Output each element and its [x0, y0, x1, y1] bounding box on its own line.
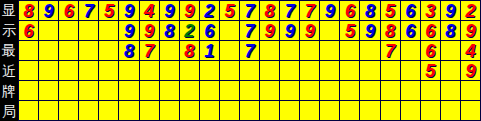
grid-cell-r3c12: 7	[240, 41, 259, 60]
grid-cell-r1c13: 8	[260, 1, 279, 20]
title-char: 局	[0, 101, 18, 121]
grid-cell-r5c5	[99, 81, 118, 100]
grid-cell-r3c13	[260, 41, 279, 60]
grid-cell-r4c9	[180, 61, 199, 80]
grid-cell-r1c19: 5	[381, 1, 400, 20]
grid-cell-r3c15	[300, 41, 319, 60]
grid-cell-r1c5: 5	[99, 1, 118, 20]
grid-cell-r5c7	[140, 81, 159, 100]
grid-cell-r2c13: 9	[260, 21, 279, 40]
grid-cell-r3c21: 6	[421, 41, 440, 60]
title-char: 近	[0, 61, 18, 81]
grid-cell-r6c10	[200, 101, 219, 120]
grid-cell-r5c16	[320, 81, 339, 100]
grid-cell-r5c3	[59, 81, 78, 100]
grid-cell-r4c23: 9	[461, 61, 480, 80]
grid-cell-r5c13	[260, 81, 279, 100]
grid-cell-r4c8	[160, 61, 179, 80]
grid-cell-r3c10: 1	[200, 41, 219, 60]
grid-cell-r2c14: 9	[280, 21, 299, 40]
grid-cell-r3c11	[220, 41, 239, 60]
grid-cell-r4c1	[19, 61, 38, 80]
grid-cell-r6c1	[19, 101, 38, 120]
grid-cell-r3c6: 8	[119, 41, 138, 60]
grid-cell-r1c6: 9	[119, 1, 138, 20]
grid-cell-r5c4	[79, 81, 98, 100]
grid-cell-r3c8	[160, 41, 179, 60]
grid-cell-r3c4	[79, 41, 98, 60]
grid-cell-r4c18	[360, 61, 379, 80]
grid-cell-r5c15	[300, 81, 319, 100]
grid-cell-r3c5	[99, 41, 118, 60]
grid-cell-r3c20	[401, 41, 420, 60]
grid-cell-r2c19: 8	[381, 21, 400, 40]
grid-cell-r5c6	[119, 81, 138, 100]
grid-cell-r5c23	[461, 81, 480, 100]
grid-cell-r6c16	[320, 101, 339, 120]
title-char: 最	[0, 40, 18, 60]
grid-cell-r3c19: 7	[381, 41, 400, 60]
grid-cell-r1c17: 6	[340, 1, 359, 20]
grid-cell-r6c6	[119, 101, 138, 120]
grid-cell-r2c10: 6	[200, 21, 219, 40]
grid-cell-r2c3	[59, 21, 78, 40]
grid-cell-r4c5	[99, 61, 118, 80]
grid-cell-r4c22	[441, 61, 460, 80]
grid-cell-r1c22: 9	[441, 1, 460, 20]
grid-cell-r4c6	[119, 61, 138, 80]
grid-cell-r4c21: 5	[421, 61, 440, 80]
grid-cell-r4c16	[320, 61, 339, 80]
grid-cell-r4c4	[79, 61, 98, 80]
grid-cell-r6c21	[421, 101, 440, 120]
grid-cell-r1c7: 4	[140, 1, 159, 20]
grid-cell-r5c8	[160, 81, 179, 100]
grid-cell-r3c3	[59, 41, 78, 60]
grid-cell-r2c12: 7	[240, 21, 259, 40]
grid-cell-r5c2	[39, 81, 58, 100]
grid-cell-r4c15	[300, 61, 319, 80]
grid-cell-r1c20: 6	[401, 1, 420, 20]
grid-cell-r1c2: 9	[39, 1, 58, 20]
grid-cell-r3c17	[340, 41, 359, 60]
grid-cell-r5c10	[200, 81, 219, 100]
grid-cell-r2c6: 9	[119, 21, 138, 40]
board-title-vertical: 显 示 最 近 牌 局	[0, 0, 18, 121]
grid-cell-r2c23: 9	[461, 21, 480, 40]
grid-cell-r4c12	[240, 61, 259, 80]
grid-cell-r3c14	[280, 41, 299, 60]
grid-cell-r5c14	[280, 81, 299, 100]
grid-cell-r1c8: 9	[160, 1, 179, 20]
grid-cell-r6c5	[99, 101, 118, 120]
grid-cell-r6c11	[220, 101, 239, 120]
grid-cell-r6c19	[381, 101, 400, 120]
grid-cell-r2c15: 9	[300, 21, 319, 40]
grid-cell-r1c10: 2	[200, 1, 219, 20]
title-char: 示	[0, 20, 18, 40]
grid-cell-r5c20	[401, 81, 420, 100]
grid-cell-r4c10	[200, 61, 219, 80]
grid-cell-r2c8: 8	[160, 21, 179, 40]
grid-cell-r6c9	[180, 101, 199, 120]
grid-cell-r6c18	[360, 101, 379, 120]
grid-cell-r3c16	[320, 41, 339, 60]
grid-cell-r3c1	[19, 41, 38, 60]
grid-cell-r6c17	[340, 101, 359, 120]
grid-cell-r1c11: 5	[220, 1, 239, 20]
grid-cell-r4c11	[220, 61, 239, 80]
grid-cell-r2c18: 9	[360, 21, 379, 40]
grid-cell-r1c4: 7	[79, 1, 98, 20]
grid-cell-r6c8	[160, 101, 179, 120]
grid-cell-r4c20	[401, 61, 420, 80]
grid-cell-r4c2	[39, 61, 58, 80]
grid-cell-r3c2	[39, 41, 58, 60]
grid-cell-r1c21: 3	[421, 1, 440, 20]
grid-cell-r6c22	[441, 101, 460, 120]
grid-cell-r5c19	[381, 81, 400, 100]
grid-cell-r4c13	[260, 61, 279, 80]
grid-cell-r2c20: 6	[401, 21, 420, 40]
grid-cell-r2c11	[220, 21, 239, 40]
grid-cell-r3c18	[360, 41, 379, 60]
grid-cell-r2c4	[79, 21, 98, 40]
grid-cell-r1c15: 7	[300, 1, 319, 20]
grid-cell-r2c17: 5	[340, 21, 359, 40]
grid-cell-r1c1: 8	[19, 1, 38, 20]
grid-cell-r2c7: 9	[140, 21, 159, 40]
grid-cell-r6c4	[79, 101, 98, 120]
grid-cell-r2c2	[39, 21, 58, 40]
grid-cell-r2c9: 2	[180, 21, 199, 40]
grid-cell-r6c14	[280, 101, 299, 120]
grid-cell-r6c2	[39, 101, 58, 120]
grid-cell-r2c1: 6	[19, 21, 38, 40]
grid-cell-r5c12	[240, 81, 259, 100]
grid-cell-r1c9: 9	[180, 1, 199, 20]
grid-cell-r5c1	[19, 81, 38, 100]
grid-cell-r5c21	[421, 81, 440, 100]
grid-cell-r5c11	[220, 81, 239, 100]
grid-cell-r6c23	[461, 101, 480, 120]
results-grid: 8967594992578779685639269982679995986689…	[18, 0, 481, 121]
grid-cell-r5c17	[340, 81, 359, 100]
title-char: 牌	[0, 81, 18, 101]
grid-cell-r6c20	[401, 101, 420, 120]
grid-cell-r6c15	[300, 101, 319, 120]
grid-cell-r4c7	[140, 61, 159, 80]
grid-cell-r4c17	[340, 61, 359, 80]
grid-cell-r2c5	[99, 21, 118, 40]
title-char: 显	[0, 0, 18, 20]
grid-cell-r6c12	[240, 101, 259, 120]
grid-cell-r4c14	[280, 61, 299, 80]
grid-cell-r1c18: 8	[360, 1, 379, 20]
grid-cell-r6c3	[59, 101, 78, 120]
grid-cell-r1c23: 2	[461, 1, 480, 20]
grid-cell-r5c18	[360, 81, 379, 100]
grid-cell-r1c14: 7	[280, 1, 299, 20]
grid-cell-r1c12: 7	[240, 1, 259, 20]
grid-cell-r6c7	[140, 101, 159, 120]
grid-cell-r6c13	[260, 101, 279, 120]
grid-cell-r2c16	[320, 21, 339, 40]
grid-cell-r3c23: 4	[461, 41, 480, 60]
grid-cell-r4c19	[381, 61, 400, 80]
grid-cell-r5c9	[180, 81, 199, 100]
grid-cell-r2c22: 8	[441, 21, 460, 40]
grid-cell-r3c9: 8	[180, 41, 199, 60]
grid-cell-r3c22	[441, 41, 460, 60]
grid-cell-r1c3: 6	[59, 1, 78, 20]
grid-cell-r3c7: 7	[140, 41, 159, 60]
grid-cell-r5c22	[441, 81, 460, 100]
grid-cell-r4c3	[59, 61, 78, 80]
recent-games-board: 显 示 最 近 牌 局 8967594992578779685639269982…	[0, 0, 481, 121]
grid-cell-r2c21: 6	[421, 21, 440, 40]
grid-cell-r1c16: 9	[320, 1, 339, 20]
